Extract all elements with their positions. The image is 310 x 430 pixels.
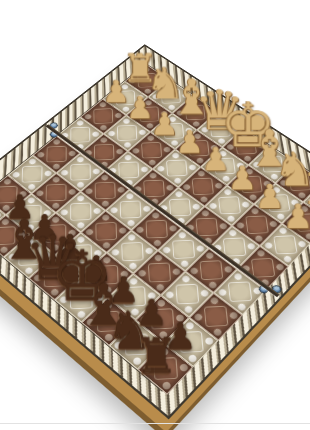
chess-board: ♜♞♝♛♚♝♞♜♟♟♟♟♟♟♟♟♟♟♟♟♟♟♟♟♜♞♝♛♚♝♞♜	[0, 44, 310, 419]
board-grid: ♜♞♝♛♚♝♞♜♟♟♟♟♟♟♟♟♟♟♟♟♟♟♟♟♜♞♝♛♚♝♞♜	[0, 63, 310, 392]
square-h2: ♟	[282, 202, 310, 244]
square-e4	[155, 187, 204, 228]
photo-bottom-border	[0, 423, 310, 424]
black-pawn: ♟	[0, 172, 14, 205]
board-frame: ♜♞♝♛♚♝♞♜♟♟♟♟♟♟♟♟♟♟♟♟♟♟♟♟♜♞♝♛♚♝♞♜	[0, 44, 310, 419]
product-photo: ♜♞♝♛♚♝♞♜♟♟♟♟♟♟♟♟♟♟♟♟♟♟♟♟♜♞♝♛♚♝♞♜	[0, 0, 310, 430]
black-bishop: ♝	[0, 213, 37, 268]
